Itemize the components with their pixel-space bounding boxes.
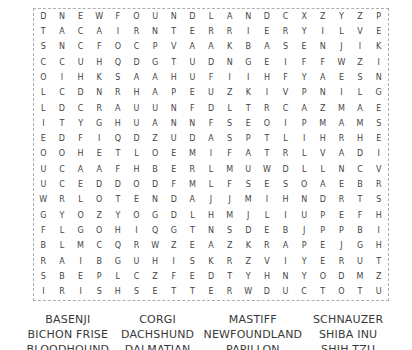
grid-cell-r13c9[interactable]: A [183,193,202,208]
grid-cell-r2c6[interactable]: R [127,24,146,39]
grid-cell-r16c11[interactable]: Z [220,239,239,254]
grid-cell-r12c9[interactable]: M [183,177,202,192]
grid-cell-r17c10[interactable]: K [202,254,221,269]
grid-cell-r8c5[interactable]: H [109,116,128,131]
grid-cell-r6c1[interactable]: L [34,86,53,101]
grid-cell-r4c9[interactable]: U [183,55,202,70]
grid-cell-r8c6[interactable]: U [127,116,146,131]
grid-cell-r12c1[interactable]: U [34,177,53,192]
grid-cell-r10c11[interactable]: F [220,147,239,162]
grid-cell-r9c14[interactable]: L [276,132,295,147]
grid-cell-r17c2[interactable]: A [53,254,72,269]
grid-cell-r19c7[interactable]: E [146,285,165,300]
grid-cell-r12c5[interactable]: D [109,177,128,192]
grid-cell-r2c11[interactable]: R [220,24,239,39]
grid-cell-r9c17[interactable]: R [332,132,351,147]
grid-cell-r9c3[interactable]: F [71,132,90,147]
grid-cell-r4c18[interactable]: Z [351,55,370,70]
grid-cell-r4c16[interactable]: F [313,55,332,70]
grid-cell-r3c4[interactable]: F [90,40,109,55]
grid-cell-r5c13[interactable]: H [258,70,277,85]
grid-cell-r10c10[interactable]: I [202,147,221,162]
grid-cell-r10c15[interactable]: L [295,147,314,162]
grid-cell-r10c16[interactable]: V [313,147,332,162]
grid-cell-r8c7[interactable]: A [146,116,165,131]
grid-cell-r2c2[interactable]: A [53,24,72,39]
grid-cell-r11c11[interactable]: M [220,162,239,177]
grid-cell-r1c2[interactable]: N [53,9,72,24]
grid-cell-r1c6[interactable]: O [127,9,146,24]
grid-cell-r2c8[interactable]: T [164,24,183,39]
grid-cell-r7c15[interactable]: A [295,101,314,116]
grid-cell-r17c11[interactable]: R [220,254,239,269]
grid-cell-r7c12[interactable]: T [239,101,258,116]
grid-cell-r18c5[interactable]: L [109,269,128,284]
grid-cell-r12c10[interactable]: L [202,177,221,192]
grid-cell-r4c17[interactable]: W [332,55,351,70]
grid-cell-r9c11[interactable]: S [220,132,239,147]
grid-cell-r5c6[interactable]: A [127,70,146,85]
grid-cell-r18c15[interactable]: Y [295,269,314,284]
grid-cell-r14c7[interactable]: G [146,208,165,223]
grid-cell-r1c4[interactable]: W [90,9,109,24]
grid-cell-r15c19[interactable]: I [369,223,388,238]
grid-cell-r7c11[interactable]: L [220,101,239,116]
grid-cell-r12c3[interactable]: E [71,177,90,192]
grid-cell-r7c18[interactable]: A [351,101,370,116]
grid-cell-r17c17[interactable]: R [332,254,351,269]
grid-cell-r9c9[interactable]: D [183,132,202,147]
grid-cell-r1c18[interactable]: Z [351,9,370,24]
grid-cell-r14c16[interactable]: P [313,208,332,223]
grid-cell-r10c5[interactable]: T [109,147,128,162]
grid-cell-r4c8[interactable]: T [164,55,183,70]
grid-cell-r14c2[interactable]: Y [53,208,72,223]
grid-cell-r10c8[interactable]: E [164,147,183,162]
grid-cell-r5c10[interactable]: F [202,70,221,85]
grid-cell-r17c6[interactable]: U [127,254,146,269]
grid-cell-r15c9[interactable]: T [183,223,202,238]
grid-cell-r8c8[interactable]: N [164,116,183,131]
grid-cell-r9c5[interactable]: Q [109,132,128,147]
grid-cell-r19c19[interactable]: U [369,285,388,300]
grid-cell-r5c4[interactable]: K [90,70,109,85]
grid-cell-r18c11[interactable]: T [220,269,239,284]
grid-cell-r17c1[interactable]: R [34,254,53,269]
grid-cell-r11c14[interactable]: D [276,162,295,177]
grid-cell-r15c16[interactable]: P [313,223,332,238]
grid-cell-r7c8[interactable]: N [164,101,183,116]
grid-cell-r2c9[interactable]: E [183,24,202,39]
grid-cell-r16c16[interactable]: E [313,239,332,254]
grid-cell-r13c14[interactable]: H [276,193,295,208]
grid-cell-r10c7[interactable]: O [146,147,165,162]
grid-cell-r14c1[interactable]: G [34,208,53,223]
grid-cell-r6c5[interactable]: R [109,86,128,101]
grid-cell-r19c11[interactable]: R [220,285,239,300]
grid-cell-r15c17[interactable]: P [332,223,351,238]
grid-cell-r17c12[interactable]: Z [239,254,258,269]
grid-cell-r10c17[interactable]: A [332,147,351,162]
grid-cell-r5c5[interactable]: S [109,70,128,85]
grid-cell-r19c2[interactable]: R [53,285,72,300]
grid-cell-r17c3[interactable]: I [71,254,90,269]
grid-cell-r16c12[interactable]: K [239,239,258,254]
grid-cell-r11c8[interactable]: E [164,162,183,177]
grid-cell-r16c5[interactable]: Q [109,239,128,254]
grid-cell-r7c7[interactable]: U [146,101,165,116]
grid-cell-r10c6[interactable]: L [127,147,146,162]
grid-cell-r19c9[interactable]: T [183,285,202,300]
grid-cell-r3c16[interactable]: N [313,40,332,55]
grid-cell-r6c8[interactable]: P [164,86,183,101]
grid-cell-r13c18[interactable]: T [351,193,370,208]
grid-cell-r15c14[interactable]: B [276,223,295,238]
grid-cell-r11c1[interactable]: U [34,162,53,177]
grid-cell-r13c11[interactable]: J [220,193,239,208]
grid-cell-r1c16[interactable]: Z [313,9,332,24]
grid-cell-r12c11[interactable]: F [220,177,239,192]
grid-cell-r11c13[interactable]: W [258,162,277,177]
grid-cell-r18c7[interactable]: Z [146,269,165,284]
grid-cell-r19c6[interactable]: S [127,285,146,300]
grid-cell-r6c19[interactable]: G [369,86,388,101]
grid-cell-r14c8[interactable]: D [164,208,183,223]
grid-cell-r9c12[interactable]: P [239,132,258,147]
grid-cell-r18c14[interactable]: N [276,269,295,284]
grid-cell-r19c5[interactable]: H [109,285,128,300]
grid-cell-r18c16[interactable]: O [313,269,332,284]
grid-cell-r12c7[interactable]: D [146,177,165,192]
grid-cell-r17c19[interactable]: T [369,254,388,269]
grid-cell-r6c15[interactable]: P [295,86,314,101]
grid-cell-r8c2[interactable]: T [53,116,72,131]
grid-cell-r13c8[interactable]: D [164,193,183,208]
grid-cell-r2c14[interactable]: R [276,24,295,39]
grid-cell-r7c19[interactable]: E [369,101,388,116]
grid-cell-r4c15[interactable]: F [295,55,314,70]
grid-cell-r4c19[interactable]: I [369,55,388,70]
grid-cell-r11c10[interactable]: L [202,162,221,177]
grid-cell-r14c6[interactable]: O [127,208,146,223]
grid-cell-r5c8[interactable]: H [164,70,183,85]
grid-cell-r17c5[interactable]: G [109,254,128,269]
grid-cell-r2c1[interactable]: T [34,24,53,39]
grid-cell-r18c1[interactable]: S [34,269,53,284]
grid-cell-r8c1[interactable]: I [34,116,53,131]
grid-cell-r16c15[interactable]: P [295,239,314,254]
grid-cell-r1c8[interactable]: N [164,9,183,24]
grid-cell-r11c4[interactable]: A [90,162,109,177]
grid-cell-r12c12[interactable]: S [239,177,258,192]
grid-cell-r13c3[interactable]: L [71,193,90,208]
grid-cell-r12c4[interactable]: D [90,177,109,192]
grid-cell-r13c5[interactable]: T [109,193,128,208]
grid-cell-r2c7[interactable]: N [146,24,165,39]
grid-cell-r10c9[interactable]: M [183,147,202,162]
grid-cell-r9c16[interactable]: H [313,132,332,147]
grid-cell-r4c12[interactable]: G [239,55,258,70]
grid-cell-r13c17[interactable]: R [332,193,351,208]
grid-cell-r6c3[interactable]: D [71,86,90,101]
grid-cell-r6c12[interactable]: K [239,86,258,101]
grid-cell-r2c16[interactable]: I [313,24,332,39]
grid-cell-r8c3[interactable]: Y [71,116,90,131]
grid-cell-r11c7[interactable]: B [146,162,165,177]
grid-cell-r16c18[interactable]: G [351,239,370,254]
grid-cell-r3c3[interactable]: C [71,40,90,55]
grid-cell-r10c13[interactable]: T [258,147,277,162]
grid-cell-r14c5[interactable]: Y [109,208,128,223]
grid-cell-r7c13[interactable]: R [258,101,277,116]
grid-cell-r12c18[interactable]: B [351,177,370,192]
grid-cell-r4c11[interactable]: N [220,55,239,70]
grid-cell-r14c3[interactable]: O [71,208,90,223]
grid-cell-r14c13[interactable]: L [258,208,277,223]
grid-cell-r1c7[interactable]: U [146,9,165,24]
grid-cell-r5c9[interactable]: U [183,70,202,85]
grid-cell-r9c15[interactable]: I [295,132,314,147]
grid-cell-r7c10[interactable]: D [202,101,221,116]
grid-cell-r5c7[interactable]: A [146,70,165,85]
grid-cell-r7c4[interactable]: R [90,101,109,116]
grid-cell-r12c14[interactable]: S [276,177,295,192]
grid-cell-r16c4[interactable]: C [90,239,109,254]
grid-cell-r2c17[interactable]: L [332,24,351,39]
grid-cell-r13c12[interactable]: M [239,193,258,208]
grid-cell-r13c13[interactable]: I [258,193,277,208]
grid-cell-r18c9[interactable]: E [183,269,202,284]
grid-cell-r12c13[interactable]: E [258,177,277,192]
grid-cell-r15c11[interactable]: S [220,223,239,238]
grid-cell-r4c3[interactable]: U [71,55,90,70]
grid-cell-r6c18[interactable]: L [351,86,370,101]
grid-cell-r9c18[interactable]: H [351,132,370,147]
grid-cell-r5c18[interactable]: S [351,70,370,85]
grid-cell-r15c2[interactable]: L [53,223,72,238]
grid-cell-r13c10[interactable]: J [202,193,221,208]
grid-cell-r11c17[interactable]: N [332,162,351,177]
grid-cell-r8c12[interactable]: E [239,116,258,131]
grid-cell-r2c13[interactable]: E [258,24,277,39]
grid-cell-r9c19[interactable]: E [369,132,388,147]
grid-cell-r1c10[interactable]: L [202,9,221,24]
grid-cell-r12c16[interactable]: A [313,177,332,192]
grid-cell-r6c14[interactable]: V [276,86,295,101]
grid-cell-r17c7[interactable]: H [146,254,165,269]
grid-cell-r18c6[interactable]: C [127,269,146,284]
grid-cell-r8c17[interactable]: A [332,116,351,131]
grid-cell-r11c3[interactable]: A [71,162,90,177]
grid-cell-r16c2[interactable]: L [53,239,72,254]
grid-cell-r8c10[interactable]: F [202,116,221,131]
grid-cell-r11c16[interactable]: L [313,162,332,177]
grid-cell-r15c3[interactable]: G [71,223,90,238]
grid-cell-r8c4[interactable]: G [90,116,109,131]
grid-cell-r2c3[interactable]: C [71,24,90,39]
grid-cell-r12c2[interactable]: C [53,177,72,192]
grid-cell-r5c15[interactable]: Y [295,70,314,85]
grid-cell-r10c14[interactable]: R [276,147,295,162]
grid-cell-r8c14[interactable]: I [276,116,295,131]
grid-cell-r8c18[interactable]: M [351,116,370,131]
grid-cell-r4c2[interactable]: C [53,55,72,70]
grid-cell-r7c17[interactable]: M [332,101,351,116]
grid-cell-r9c8[interactable]: U [164,132,183,147]
grid-cell-r5c19[interactable]: N [369,70,388,85]
grid-cell-r13c7[interactable]: N [146,193,165,208]
grid-cell-r10c18[interactable]: D [351,147,370,162]
grid-cell-r14c19[interactable]: H [369,208,388,223]
grid-cell-r6c4[interactable]: N [90,86,109,101]
grid-cell-r11c9[interactable]: R [183,162,202,177]
grid-cell-r5c1[interactable]: O [34,70,53,85]
grid-cell-r11c5[interactable]: F [109,162,128,177]
grid-cell-r3c7[interactable]: P [146,40,165,55]
grid-cell-r8c11[interactable]: S [220,116,239,131]
grid-cell-r17c14[interactable]: I [276,254,295,269]
grid-cell-r12c6[interactable]: O [127,177,146,192]
grid-cell-r8c15[interactable]: P [295,116,314,131]
grid-cell-r16c7[interactable]: W [146,239,165,254]
grid-cell-r3c19[interactable]: K [369,40,388,55]
grid-cell-r10c4[interactable]: E [90,147,109,162]
grid-cell-r1c12[interactable]: N [239,9,258,24]
grid-cell-r3c5[interactable]: O [109,40,128,55]
grid-cell-r2c10[interactable]: R [202,24,221,39]
grid-cell-r14c15[interactable]: U [295,208,314,223]
grid-cell-r6c7[interactable]: A [146,86,165,101]
grid-cell-r6c11[interactable]: Z [220,86,239,101]
grid-cell-r15c13[interactable]: E [258,223,277,238]
grid-cell-r5c11[interactable]: I [220,70,239,85]
grid-cell-r5c12[interactable]: I [239,70,258,85]
grid-cell-r19c15[interactable]: C [295,285,314,300]
grid-cell-r6c17[interactable]: I [332,86,351,101]
grid-cell-r18c12[interactable]: Y [239,269,258,284]
grid-cell-r16c10[interactable]: A [202,239,221,254]
grid-cell-r3c2[interactable]: N [53,40,72,55]
grid-cell-r12c17[interactable]: E [332,177,351,192]
grid-cell-r11c15[interactable]: L [295,162,314,177]
grid-cell-r8c19[interactable]: S [369,116,388,131]
grid-cell-r6c9[interactable]: E [183,86,202,101]
grid-cell-r13c16[interactable]: D [313,193,332,208]
grid-cell-r16c3[interactable]: M [71,239,90,254]
grid-cell-r18c8[interactable]: F [164,269,183,284]
grid-cell-r3c10[interactable]: A [202,40,221,55]
grid-cell-r1c19[interactable]: P [369,9,388,24]
grid-cell-r19c17[interactable]: O [332,285,351,300]
grid-cell-r11c12[interactable]: U [239,162,258,177]
grid-cell-r17c15[interactable]: Y [295,254,314,269]
grid-cell-r17c8[interactable]: I [164,254,183,269]
grid-cell-r4c5[interactable]: Q [109,55,128,70]
grid-cell-r17c16[interactable]: E [313,254,332,269]
grid-cell-r14c10[interactable]: H [202,208,221,223]
grid-cell-r18c4[interactable]: P [90,269,109,284]
grid-cell-r4c14[interactable]: I [276,55,295,70]
grid-cell-r1c1[interactable]: D [34,9,53,24]
grid-cell-r4c1[interactable]: C [34,55,53,70]
grid-cell-r13c4[interactable]: O [90,193,109,208]
grid-cell-r7c1[interactable]: L [34,101,53,116]
grid-cell-r12c15[interactable]: O [295,177,314,192]
grid-cell-r10c1[interactable]: O [34,147,53,162]
grid-cell-r10c12[interactable]: A [239,147,258,162]
grid-cell-r4c4[interactable]: H [90,55,109,70]
grid-cell-r16c9[interactable]: E [183,239,202,254]
grid-cell-r16c1[interactable]: B [34,239,53,254]
grid-cell-r9c13[interactable]: T [258,132,277,147]
grid-cell-r19c1[interactable]: I [34,285,53,300]
grid-cell-r5c16[interactable]: A [313,70,332,85]
grid-cell-r7c3[interactable]: C [71,101,90,116]
grid-cell-r3c15[interactable]: E [295,40,314,55]
grid-cell-r15c1[interactable]: F [34,223,53,238]
grid-cell-r14c4[interactable]: Z [90,208,109,223]
grid-cell-r14c9[interactable]: L [183,208,202,223]
grid-cell-r6c2[interactable]: C [53,86,72,101]
grid-cell-r19c18[interactable]: T [351,285,370,300]
grid-cell-r7c16[interactable]: Z [313,101,332,116]
grid-cell-r9c10[interactable]: A [202,132,221,147]
grid-cell-r19c12[interactable]: W [239,285,258,300]
grid-cell-r6c13[interactable]: I [258,86,277,101]
grid-cell-r6c10[interactable]: U [202,86,221,101]
grid-cell-r19c10[interactable]: E [202,285,221,300]
grid-cell-r3c6[interactable]: C [127,40,146,55]
grid-cell-r19c16[interactable]: T [313,285,332,300]
grid-cell-r9c6[interactable]: D [127,132,146,147]
grid-cell-r1c17[interactable]: Y [332,9,351,24]
grid-cell-r5c3[interactable]: H [71,70,90,85]
grid-cell-r2c12[interactable]: I [239,24,258,39]
grid-cell-r15c5[interactable]: H [109,223,128,238]
grid-cell-r10c2[interactable]: O [53,147,72,162]
grid-cell-r12c8[interactable]: F [164,177,183,192]
grid-cell-r7c9[interactable]: F [183,101,202,116]
grid-cell-r17c13[interactable]: V [258,254,277,269]
grid-cell-r11c18[interactable]: C [351,162,370,177]
grid-cell-r4c7[interactable]: G [146,55,165,70]
grid-cell-r16c6[interactable]: R [127,239,146,254]
grid-cell-r3c14[interactable]: S [276,40,295,55]
grid-cell-r15c12[interactable]: D [239,223,258,238]
grid-cell-r19c3[interactable]: I [71,285,90,300]
grid-cell-r5c14[interactable]: F [276,70,295,85]
grid-cell-r5c2[interactable]: I [53,70,72,85]
grid-cell-r18c2[interactable]: B [53,269,72,284]
grid-cell-r3c17[interactable]: J [332,40,351,55]
grid-cell-r18c18[interactable]: M [351,269,370,284]
grid-cell-r19c8[interactable]: T [164,285,183,300]
grid-cell-r13c15[interactable]: N [295,193,314,208]
grid-cell-r3c18[interactable]: I [351,40,370,55]
grid-cell-r6c16[interactable]: N [313,86,332,101]
grid-cell-r7c14[interactable]: C [276,101,295,116]
grid-cell-r1c13[interactable]: D [258,9,277,24]
grid-cell-r19c4[interactable]: S [90,285,109,300]
grid-cell-r15c15[interactable]: J [295,223,314,238]
grid-cell-r11c2[interactable]: C [53,162,72,177]
grid-cell-r14c18[interactable]: F [351,208,370,223]
grid-cell-r16c19[interactable]: H [369,239,388,254]
grid-cell-r13c2[interactable]: R [53,193,72,208]
grid-cell-r17c4[interactable]: B [90,254,109,269]
grid-cell-r14c14[interactable]: I [276,208,295,223]
grid-cell-r17c9[interactable]: S [183,254,202,269]
